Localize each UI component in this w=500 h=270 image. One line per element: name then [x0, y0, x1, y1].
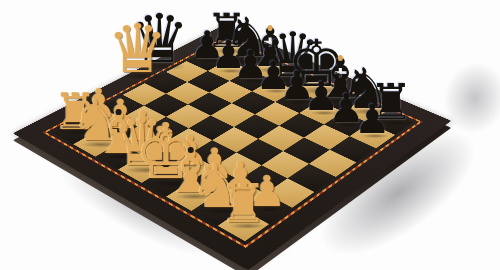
product-photo-stage: ♜♞♝♛♚♝♞♜♟♟♟♟♟♟♟♟♟♟♟♟♟♟♟♟♜♞♝♛♚♝♞♜♛♛: [0, 0, 500, 270]
board-squares: [52, 40, 414, 241]
chess-board: [13, 25, 451, 270]
